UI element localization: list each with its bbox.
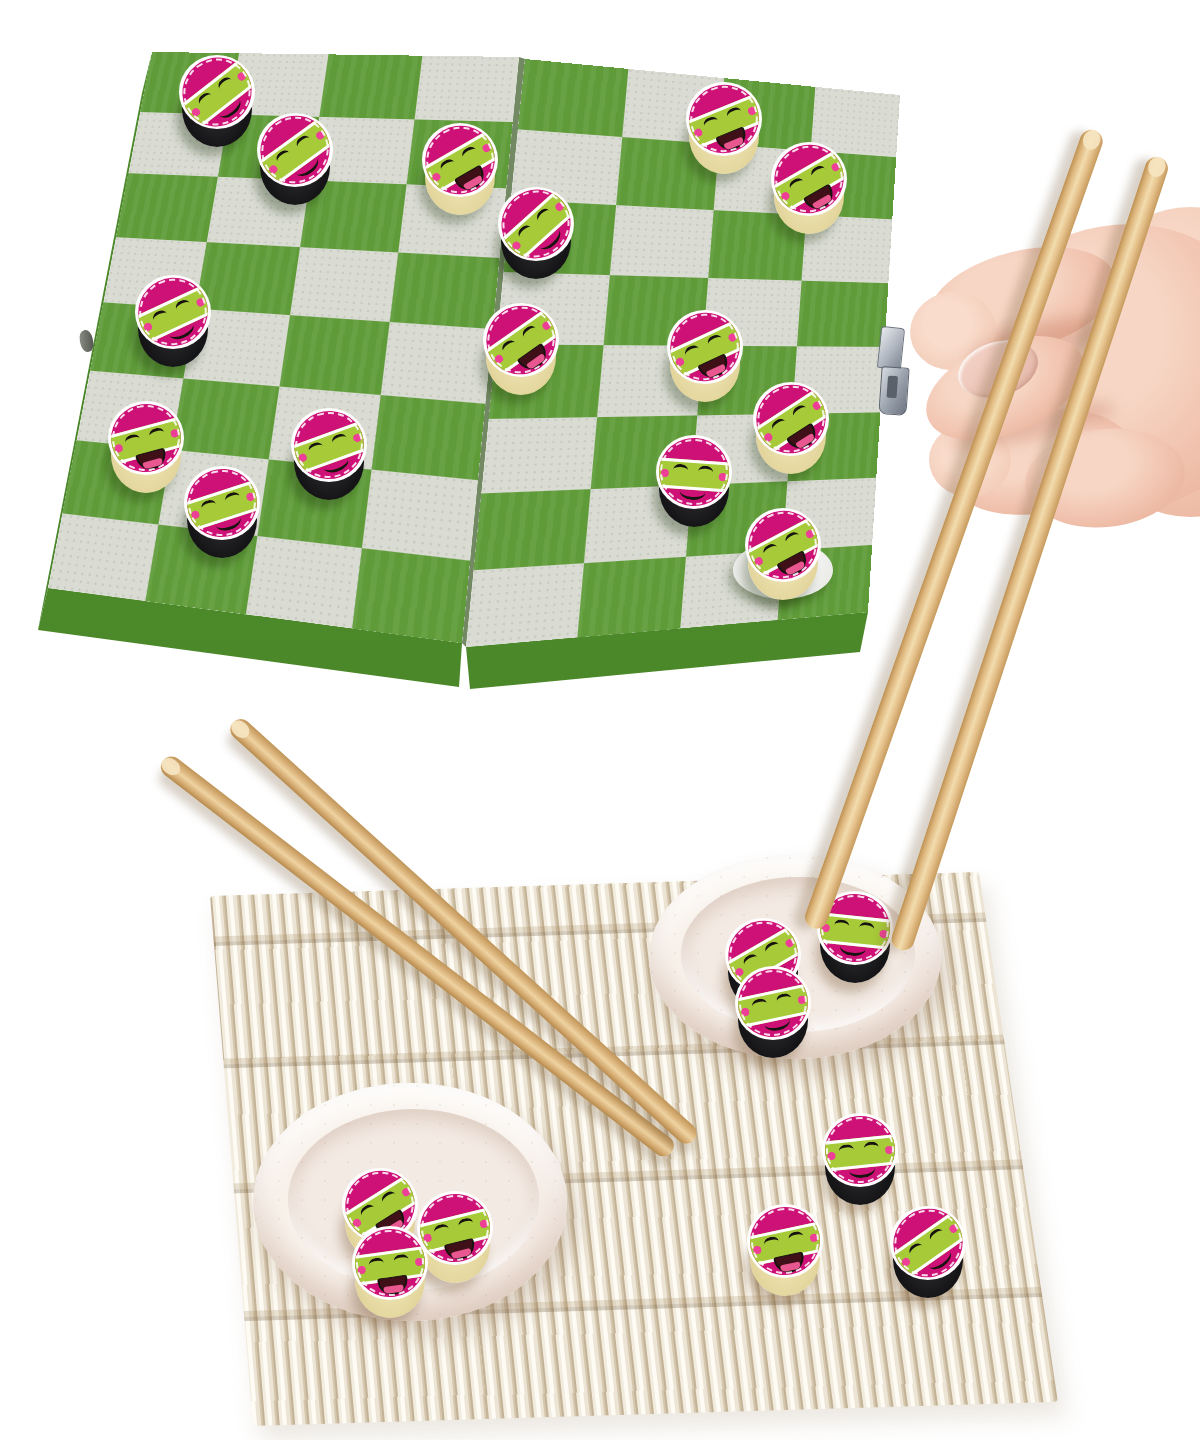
checker-yellow-tamago-e5[interactable] xyxy=(483,303,559,395)
square-e1[interactable] xyxy=(518,59,628,137)
checker-black-nori[interactable] xyxy=(735,966,811,1058)
checker-black-nori-a1[interactable] xyxy=(179,55,255,147)
checker-yellow-tamago-d2[interactable] xyxy=(422,123,498,215)
sushi-face-sticker xyxy=(487,175,585,272)
square-h4[interactable] xyxy=(796,280,888,347)
checker-yellow-tamago[interactable] xyxy=(417,1191,493,1283)
checker-black-nori-c5[interactable] xyxy=(291,408,367,500)
sushi-face-sticker xyxy=(168,44,265,141)
square-f8[interactable] xyxy=(577,556,686,637)
checker-yellow-tamago-g1[interactable] xyxy=(686,82,762,174)
square-c5[interactable] xyxy=(280,315,390,394)
square-e7[interactable] xyxy=(474,489,590,570)
square-c1[interactable] xyxy=(319,54,422,119)
square-d8[interactable] xyxy=(352,547,471,643)
checker-black-nori-e3[interactable] xyxy=(498,187,574,279)
square-b6[interactable] xyxy=(171,378,280,459)
square-d1[interactable] xyxy=(414,56,519,122)
sushi-face-sticker xyxy=(413,113,508,207)
square-c8[interactable] xyxy=(246,535,362,628)
sushi-face-sticker xyxy=(762,132,857,226)
sushi-face-sticker xyxy=(473,292,569,388)
checker-yellow-tamago-h8[interactable] xyxy=(745,508,821,600)
checker-yellow-tamago[interactable] xyxy=(747,1204,823,1296)
square-d6[interactable] xyxy=(371,394,485,480)
checker-yellow-tamago-h6[interactable] xyxy=(753,382,829,474)
product-photo-scene xyxy=(0,0,1200,1440)
metal-clasp-top[interactable] xyxy=(877,326,905,370)
sushi-face-sticker xyxy=(743,371,839,466)
sushi-face-sticker xyxy=(657,436,732,509)
square-d7[interactable] xyxy=(361,470,477,560)
checker-black-nori[interactable] xyxy=(890,1206,966,1298)
checker-yellow-tamago[interactable] xyxy=(352,1226,428,1318)
checker-yellow-tamago-h2[interactable] xyxy=(771,142,847,234)
square-e8[interactable] xyxy=(466,563,584,647)
square-e6[interactable] xyxy=(481,417,596,494)
square-a3[interactable] xyxy=(116,173,217,241)
square-d5[interactable] xyxy=(380,322,492,403)
checker-black-nori-g7[interactable] xyxy=(656,435,732,527)
checker-yellow-tamago-a5[interactable] xyxy=(108,401,184,493)
checker-yellow-tamago-g5[interactable] xyxy=(667,310,743,402)
checker-black-nori-b2[interactable] xyxy=(257,113,333,205)
square-a8[interactable] xyxy=(48,513,158,601)
checker-black-nori[interactable] xyxy=(822,1113,898,1205)
checker-black-nori-b4[interactable] xyxy=(135,275,211,367)
square-c4[interactable] xyxy=(290,247,398,322)
sushi-face-sticker xyxy=(880,1195,976,1291)
metal-clasp-latch[interactable] xyxy=(878,366,909,416)
checker-black-nori-b6[interactable] xyxy=(184,466,260,558)
sushi-face-sticker xyxy=(247,102,344,198)
square-f3[interactable] xyxy=(609,205,713,277)
